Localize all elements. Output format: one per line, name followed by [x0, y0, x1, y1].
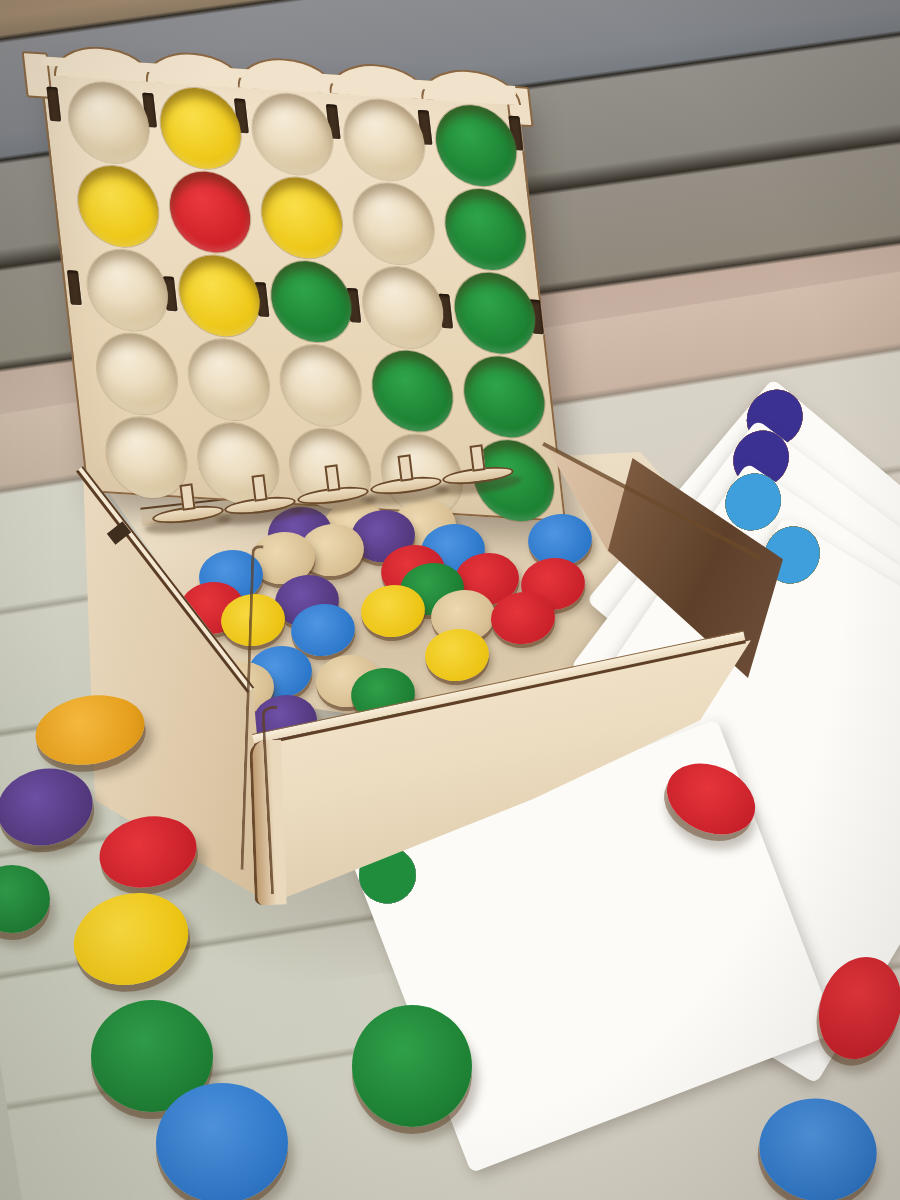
board-hole-empty [349, 181, 438, 267]
board-hole-empty [102, 415, 191, 501]
board-hole-empty [276, 343, 365, 429]
board-disc-yellow [257, 175, 346, 261]
board-disc-green [460, 354, 549, 440]
board-disc-green [368, 348, 457, 434]
board-hole-empty [359, 265, 448, 351]
loose-disc-green [352, 1005, 472, 1127]
board-slot [46, 87, 61, 122]
board-disc-green [267, 259, 356, 345]
board-disc-green [451, 270, 540, 356]
board-hole-empty [83, 247, 172, 333]
board-hole-empty [340, 97, 429, 183]
loose-disc-blue [156, 1083, 288, 1200]
board-disc-green [432, 103, 521, 189]
board-disc-green [441, 187, 530, 273]
board-disc-yellow [175, 253, 264, 339]
board-hole-empty [64, 80, 153, 166]
match-board [38, 56, 566, 522]
board-disc-red [166, 169, 255, 255]
board-hole-empty [184, 337, 273, 423]
photo-scene [0, 0, 900, 1200]
board-hole-empty [93, 331, 182, 417]
board-disc-yellow [156, 85, 245, 171]
board-disc-yellow [74, 163, 163, 249]
board-hole-empty [194, 421, 283, 507]
board-slot [67, 270, 82, 305]
board-hole-empty [248, 91, 337, 177]
